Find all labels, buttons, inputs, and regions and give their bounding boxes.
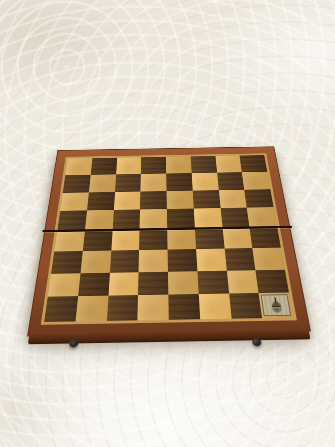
square (51, 251, 82, 274)
square (250, 227, 281, 248)
square (191, 172, 218, 190)
folding-chessboard (23, 80, 312, 355)
moscow-1980-olympics-emblem-icon (266, 297, 285, 314)
square (140, 209, 167, 229)
square (242, 172, 270, 190)
square (192, 190, 220, 209)
board-3d-tilt (27, 146, 311, 336)
clasp-knob-left (68, 339, 78, 347)
square (108, 272, 139, 296)
square (141, 157, 166, 174)
square (80, 250, 111, 273)
square (44, 296, 78, 322)
square (199, 294, 232, 320)
board-frame (27, 146, 311, 336)
square (140, 191, 167, 210)
square (194, 208, 223, 228)
square (215, 156, 242, 173)
square (138, 271, 168, 295)
square (168, 271, 199, 295)
square (139, 229, 167, 250)
square (75, 296, 108, 322)
square (111, 229, 140, 250)
square (167, 209, 195, 229)
square (167, 228, 196, 249)
square (166, 156, 192, 173)
square (141, 173, 167, 191)
square (166, 173, 192, 191)
square (218, 189, 247, 208)
square (229, 293, 263, 318)
square (253, 247, 285, 269)
square (226, 270, 258, 294)
square (220, 208, 249, 228)
square (113, 191, 140, 210)
square (256, 269, 289, 293)
square (244, 189, 273, 208)
square (259, 293, 294, 318)
square (48, 273, 81, 297)
square (196, 248, 226, 270)
square (63, 175, 91, 193)
square (85, 210, 114, 230)
square (247, 207, 277, 227)
square (191, 156, 217, 173)
square (89, 174, 116, 192)
moscow-1980-olympics-emblem-label (261, 294, 291, 316)
square (222, 227, 252, 248)
square (217, 172, 245, 190)
fabric-background (0, 0, 335, 447)
square (65, 158, 92, 175)
square (112, 210, 140, 230)
square (91, 158, 117, 175)
square (57, 211, 87, 231)
square (240, 155, 268, 172)
square (168, 294, 200, 320)
square (106, 295, 138, 321)
square (195, 228, 225, 249)
square (138, 295, 169, 321)
square (60, 192, 89, 211)
square (115, 174, 141, 192)
square (167, 190, 194, 209)
square (83, 230, 113, 251)
square (110, 250, 140, 273)
square (224, 248, 255, 270)
square (168, 249, 198, 271)
square (139, 249, 168, 272)
square (87, 192, 115, 211)
square (116, 157, 142, 174)
square (78, 272, 110, 296)
chessboard-grid (41, 153, 297, 324)
square (54, 230, 84, 251)
square (197, 270, 229, 294)
